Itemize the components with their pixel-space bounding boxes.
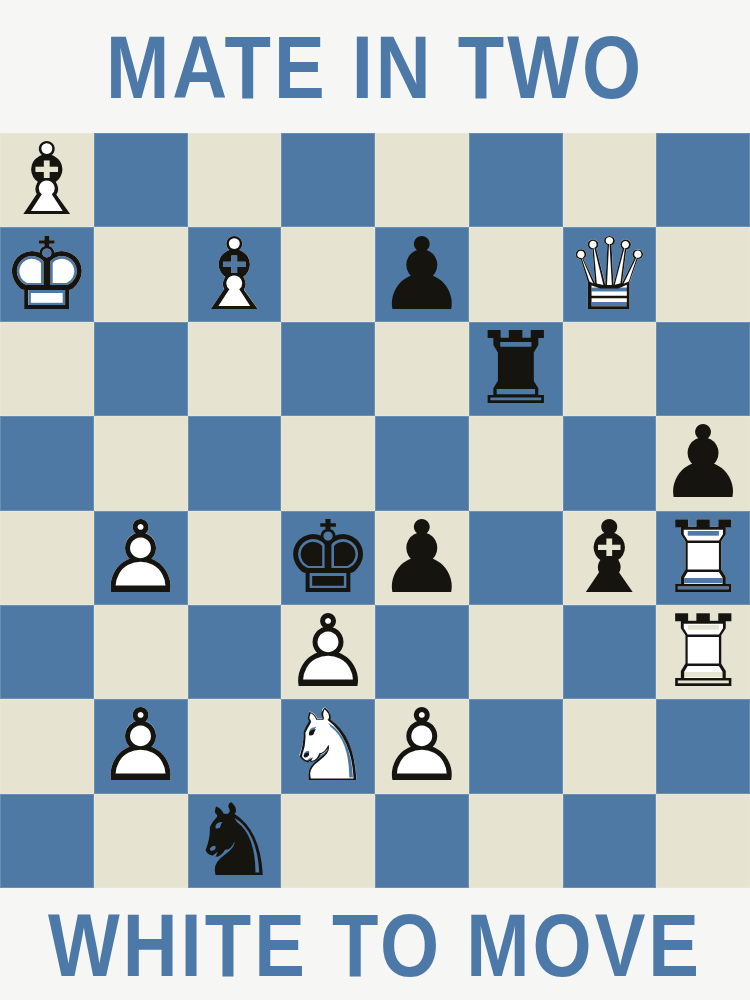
piece-outline: ♘: [281, 699, 375, 793]
black-knight-c1: ♞: [188, 794, 282, 888]
square-f7: [469, 227, 563, 321]
square-a6: [0, 322, 94, 416]
square-g3: [563, 605, 657, 699]
black-rook-f6: ♜: [469, 322, 563, 416]
square-c6: [188, 322, 282, 416]
square-h3: ♜♖: [656, 605, 750, 699]
square-b1: [94, 794, 188, 888]
square-b8: [94, 133, 188, 227]
square-a7: ♚♔: [0, 227, 94, 321]
piece-outline: ♙: [94, 699, 188, 793]
square-b3: [94, 605, 188, 699]
square-c5: [188, 416, 282, 510]
square-d1: [281, 794, 375, 888]
piece-fill: ♞: [188, 794, 282, 888]
piece-outline: ♙: [281, 605, 375, 699]
square-e5: [375, 416, 469, 510]
footer: WHITE TO MOVE: [0, 888, 750, 1000]
square-f8: [469, 133, 563, 227]
square-b2: ♟♙: [94, 699, 188, 793]
piece-fill: ♚: [281, 511, 375, 605]
white-pawn-b2: ♟♙: [94, 699, 188, 793]
piece-outline: ♗: [0, 133, 94, 227]
square-f1: [469, 794, 563, 888]
black-pawn-e4: ♟: [375, 511, 469, 605]
piece-fill: ♟: [656, 416, 750, 510]
page-title: MATE IN TWO: [106, 15, 644, 118]
square-c2: [188, 699, 282, 793]
square-g8: [563, 133, 657, 227]
piece-outline: ♙: [94, 511, 188, 605]
square-e6: [375, 322, 469, 416]
piece-outline: ♖: [656, 605, 750, 699]
square-e1: [375, 794, 469, 888]
square-h6: [656, 322, 750, 416]
piece-fill: ♟: [375, 227, 469, 321]
square-c7: ♝♗: [188, 227, 282, 321]
square-d2: ♞♘: [281, 699, 375, 793]
piece-fill: ♜: [469, 322, 563, 416]
white-king-a7: ♚♔: [0, 227, 94, 321]
square-d6: [281, 322, 375, 416]
square-c4: [188, 511, 282, 605]
white-pawn-e2: ♟♙: [375, 699, 469, 793]
square-g2: [563, 699, 657, 793]
square-e2: ♟♙: [375, 699, 469, 793]
black-pawn-e7: ♟: [375, 227, 469, 321]
piece-outline: ♕: [563, 227, 657, 321]
square-f2: [469, 699, 563, 793]
square-e7: ♟: [375, 227, 469, 321]
square-g7: ♛♕: [563, 227, 657, 321]
white-rook-h3: ♜♖: [656, 605, 750, 699]
square-a5: [0, 416, 94, 510]
square-d5: [281, 416, 375, 510]
square-b6: [94, 322, 188, 416]
square-a2: [0, 699, 94, 793]
side-to-move-label: WHITE TO MOVE: [48, 893, 702, 996]
square-h7: [656, 227, 750, 321]
square-c8: [188, 133, 282, 227]
square-h2: [656, 699, 750, 793]
square-d7: [281, 227, 375, 321]
square-d3: ♟♙: [281, 605, 375, 699]
white-pawn-d3: ♟♙: [281, 605, 375, 699]
square-c3: [188, 605, 282, 699]
square-a3: [0, 605, 94, 699]
piece-outline: ♙: [375, 699, 469, 793]
piece-outline: ♔: [0, 227, 94, 321]
square-b5: [94, 416, 188, 510]
white-queen-g7: ♛♕: [563, 227, 657, 321]
square-b7: [94, 227, 188, 321]
square-b4: ♟♙: [94, 511, 188, 605]
square-d4: ♚: [281, 511, 375, 605]
white-rook-h4: ♜♖: [656, 511, 750, 605]
black-king-d4: ♚: [281, 511, 375, 605]
chess-board: ♝♗♚♔♝♗♟♛♕♜♟♟♙♚♟♝♜♖♟♙♜♖♟♙♞♘♟♙♞: [0, 133, 750, 888]
white-knight-d2: ♞♘: [281, 699, 375, 793]
square-f6: ♜: [469, 322, 563, 416]
square-h4: ♜♖: [656, 511, 750, 605]
square-h1: [656, 794, 750, 888]
black-pawn-h5: ♟: [656, 416, 750, 510]
square-h5: ♟: [656, 416, 750, 510]
piece-fill: ♟: [375, 511, 469, 605]
white-bishop-a8: ♝♗: [0, 133, 94, 227]
square-g1: [563, 794, 657, 888]
square-d8: [281, 133, 375, 227]
header: MATE IN TWO: [0, 0, 750, 133]
square-e4: ♟: [375, 511, 469, 605]
square-g4: ♝: [563, 511, 657, 605]
square-a1: [0, 794, 94, 888]
square-g6: [563, 322, 657, 416]
square-g5: [563, 416, 657, 510]
piece-outline: ♗: [188, 227, 282, 321]
white-pawn-b4: ♟♙: [94, 511, 188, 605]
black-bishop-g4: ♝: [563, 511, 657, 605]
square-a4: [0, 511, 94, 605]
piece-fill: ♝: [563, 511, 657, 605]
square-a8: ♝♗: [0, 133, 94, 227]
square-c1: ♞: [188, 794, 282, 888]
white-bishop-c7: ♝♗: [188, 227, 282, 321]
square-h8: [656, 133, 750, 227]
piece-outline: ♖: [656, 511, 750, 605]
puzzle-poster: MATE IN TWO ♝♗♚♔♝♗♟♛♕♜♟♟♙♚♟♝♜♖♟♙♜♖♟♙♞♘♟♙…: [0, 0, 750, 1000]
square-f4: [469, 511, 563, 605]
square-f5: [469, 416, 563, 510]
square-e8: [375, 133, 469, 227]
square-f3: [469, 605, 563, 699]
square-e3: [375, 605, 469, 699]
